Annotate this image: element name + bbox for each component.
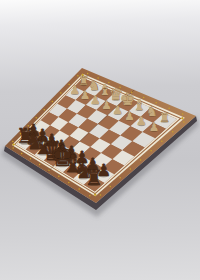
gold-border-dot — [35, 117, 37, 119]
piece-white-pawn-e2: ♟ — [113, 103, 123, 117]
gold-border-dot — [182, 113, 184, 115]
gold-border-dot — [78, 188, 80, 190]
gold-border-dot — [89, 195, 91, 197]
gold-border-dot — [183, 121, 185, 123]
gold-border-dot — [52, 101, 54, 103]
piece-white-pawn-d2: ♟ — [101, 98, 111, 112]
gold-border-dot — [30, 158, 32, 160]
gold-border-dot — [21, 153, 23, 155]
gold-border-dot — [60, 92, 62, 94]
piece-white-pawn-a2: ♟ — [70, 83, 80, 97]
gold-border-dot — [12, 147, 14, 149]
gold-border-dot — [168, 107, 170, 109]
piece-white-rook-h1: ♜ — [159, 111, 170, 125]
piece-white-pawn-b2: ♟ — [80, 88, 90, 102]
gold-border-dot — [161, 141, 163, 143]
gold-border-dot — [172, 131, 174, 133]
gold-border-dot — [58, 176, 60, 178]
gold-border-dot — [130, 168, 132, 170]
piece-white-pawn-f2: ♟ — [124, 109, 134, 123]
gold-border-dot — [44, 109, 46, 111]
gold-border-dot — [150, 150, 152, 152]
piece-white-bishop-f1: ♝ — [133, 97, 146, 113]
chess-board: ♜♞♟♝♟♛♟♚♟♝♟♞♟♜♟♟♟♟♜♟♞♟♝♟♛♟♚♟♝♟♞♜ — [0, 0, 200, 280]
photo-background: ♜♞♟♝♟♛♟♚♟♝♟♞♟♜♟♟♟♟♜♟♞♟♝♟♛♟♚♟♝♟♞♜ — [0, 0, 200, 280]
gold-border-dot — [68, 182, 70, 184]
piece-black-rook-h8: ♜ — [85, 166, 103, 190]
piece-white-pawn-h2: ♟ — [149, 120, 159, 134]
gold-border-dot — [119, 177, 121, 179]
piece-white-pawn-g2: ♟ — [136, 114, 146, 128]
gold-border-dot — [12, 141, 14, 143]
piece-white-pawn-c2: ♟ — [90, 93, 100, 107]
gold-border-dot — [140, 159, 142, 161]
gold-border-dot — [110, 186, 112, 188]
piece-white-knight-g1: ♞ — [146, 104, 158, 119]
gold-border-dot — [100, 194, 102, 196]
